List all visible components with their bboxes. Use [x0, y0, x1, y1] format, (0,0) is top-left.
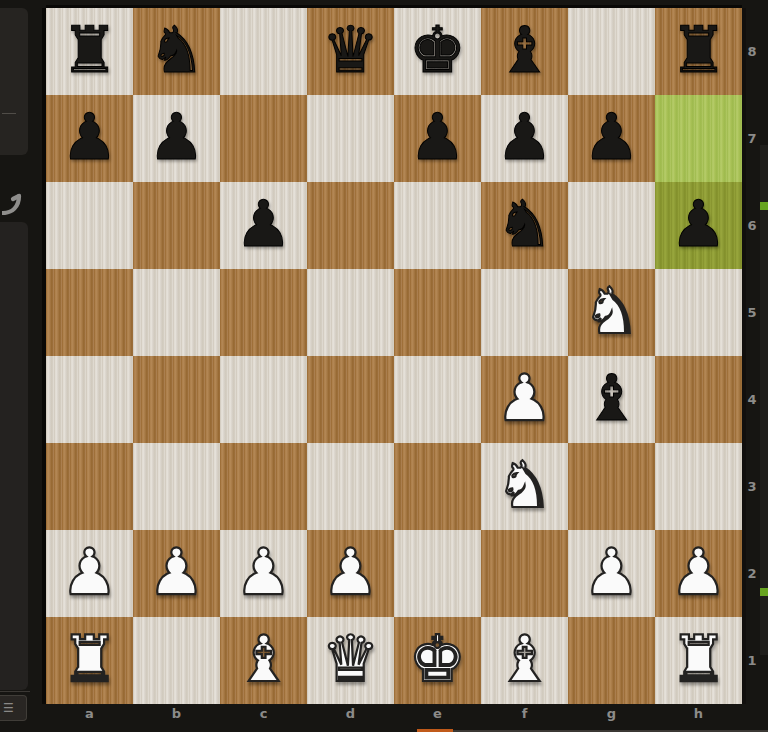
square-c1[interactable]: ♝: [220, 617, 307, 704]
square-c7[interactable]: [220, 95, 307, 182]
white-king-e1[interactable]: ♚: [394, 617, 481, 704]
white-pawn-f4[interactable]: ♟: [481, 356, 568, 443]
square-e8[interactable]: ♚: [394, 8, 481, 95]
square-d1[interactable]: ♛: [307, 617, 394, 704]
black-pawn-f7[interactable]: ♟: [481, 95, 568, 182]
black-bishop-f8[interactable]: ♝: [481, 8, 568, 95]
left-panel-top: [0, 8, 28, 155]
black-knight-b8[interactable]: ♞: [133, 8, 220, 95]
black-pawn-g7[interactable]: ♟: [568, 95, 655, 182]
square-e3[interactable]: [394, 443, 481, 530]
square-a4[interactable]: [46, 356, 133, 443]
square-b6[interactable]: [133, 182, 220, 269]
rank-label-8: 8: [742, 8, 762, 95]
file-label-d: d: [307, 704, 394, 724]
square-a8[interactable]: ♜: [46, 8, 133, 95]
square-g7[interactable]: ♟: [568, 95, 655, 182]
file-labels: abcdefgh: [46, 704, 742, 726]
square-h5[interactable]: [655, 269, 742, 356]
square-g5[interactable]: ♞: [568, 269, 655, 356]
square-c6[interactable]: ♟: [220, 182, 307, 269]
black-queen-d8[interactable]: ♛: [307, 8, 394, 95]
black-pawn-c6[interactable]: ♟: [220, 182, 307, 269]
square-c5[interactable]: [220, 269, 307, 356]
square-g4[interactable]: ♝: [568, 356, 655, 443]
square-e4[interactable]: [394, 356, 481, 443]
rank-label-7: 7: [742, 95, 762, 182]
square-g3[interactable]: [568, 443, 655, 530]
square-f4[interactable]: ♟: [481, 356, 568, 443]
square-b8[interactable]: ♞: [133, 8, 220, 95]
square-d4[interactable]: [307, 356, 394, 443]
square-d3[interactable]: [307, 443, 394, 530]
redo-arrow-icon[interactable]: [2, 189, 26, 215]
square-d8[interactable]: ♛: [307, 8, 394, 95]
white-queen-d1[interactable]: ♛: [307, 617, 394, 704]
square-c8[interactable]: [220, 8, 307, 95]
square-a2[interactable]: ♟: [46, 530, 133, 617]
square-e5[interactable]: [394, 269, 481, 356]
file-label-h: h: [655, 704, 742, 724]
square-d7[interactable]: [307, 95, 394, 182]
square-h1[interactable]: ♜: [655, 617, 742, 704]
black-bishop-g4[interactable]: ♝: [568, 356, 655, 443]
rank-labels: 87654321: [742, 8, 762, 704]
board: ♜♞♛♚♝♜♟♟♟♟♟♟♞♟♞♟♝♞♟♟♟♟♟♟♜♝♛♚♝♜: [46, 8, 742, 704]
square-h6[interactable]: ♟: [655, 182, 742, 269]
square-a3[interactable]: [46, 443, 133, 530]
file-label-e: e: [394, 704, 481, 724]
black-pawn-h6[interactable]: ♟: [655, 182, 742, 269]
square-c3[interactable]: [220, 443, 307, 530]
square-b3[interactable]: [133, 443, 220, 530]
black-rook-h8[interactable]: ♜: [655, 8, 742, 95]
left-panel-main: [0, 222, 28, 690]
square-c2[interactable]: ♟: [220, 530, 307, 617]
black-pawn-b7[interactable]: ♟: [133, 95, 220, 182]
divider: [2, 113, 16, 114]
square-b2[interactable]: ♟: [133, 530, 220, 617]
white-rook-a1[interactable]: ♜: [46, 617, 133, 704]
square-f1[interactable]: ♝: [481, 617, 568, 704]
white-bishop-f1[interactable]: ♝: [481, 617, 568, 704]
black-king-e8[interactable]: ♚: [394, 8, 481, 95]
square-h3[interactable]: [655, 443, 742, 530]
white-bishop-c1[interactable]: ♝: [220, 617, 307, 704]
square-d6[interactable]: [307, 182, 394, 269]
square-b7[interactable]: ♟: [133, 95, 220, 182]
white-pawn-b2[interactable]: ♟: [133, 530, 220, 617]
square-d5[interactable]: [307, 269, 394, 356]
square-b5[interactable]: [133, 269, 220, 356]
square-g8[interactable]: [568, 8, 655, 95]
file-label-f: f: [481, 704, 568, 724]
square-a6[interactable]: [46, 182, 133, 269]
rank-label-3: 3: [742, 443, 762, 530]
white-pawn-g2[interactable]: ♟: [568, 530, 655, 617]
square-h4[interactable]: [655, 356, 742, 443]
rank-label-4: 4: [742, 356, 762, 443]
file-label-b: b: [133, 704, 220, 724]
green-accent-bar-bottom: [760, 588, 768, 596]
square-a1[interactable]: ♜: [46, 617, 133, 704]
square-a7[interactable]: ♟: [46, 95, 133, 182]
white-knight-f3[interactable]: ♞: [481, 443, 568, 530]
file-label-a: a: [46, 704, 133, 724]
square-e6[interactable]: [394, 182, 481, 269]
square-b1[interactable]: [133, 617, 220, 704]
square-e2[interactable]: [394, 530, 481, 617]
square-b4[interactable]: [133, 356, 220, 443]
square-g6[interactable]: [568, 182, 655, 269]
square-f5[interactable]: [481, 269, 568, 356]
right-panel-edge: [760, 145, 768, 655]
white-pawn-a2[interactable]: ♟: [46, 530, 133, 617]
rank-label-2: 2: [742, 530, 762, 617]
square-f6[interactable]: ♞: [481, 182, 568, 269]
white-pawn-d2[interactable]: ♟: [307, 530, 394, 617]
menu-list-icon[interactable]: ☰: [0, 695, 27, 721]
square-e7[interactable]: ♟: [394, 95, 481, 182]
square-f2[interactable]: [481, 530, 568, 617]
divider: [0, 691, 30, 692]
square-e1[interactable]: ♚: [394, 617, 481, 704]
green-accent-bar-top: [760, 202, 768, 210]
white-knight-g5[interactable]: ♞: [568, 269, 655, 356]
square-h8[interactable]: ♜: [655, 8, 742, 95]
square-f8[interactable]: ♝: [481, 8, 568, 95]
file-label-g: g: [568, 704, 655, 724]
square-f3[interactable]: ♞: [481, 443, 568, 530]
white-rook-h1[interactable]: ♜: [655, 617, 742, 704]
black-pawn-e7[interactable]: ♟: [394, 95, 481, 182]
rank-label-6: 6: [742, 182, 762, 269]
square-a5[interactable]: [46, 269, 133, 356]
file-label-c: c: [220, 704, 307, 724]
square-d2[interactable]: ♟: [307, 530, 394, 617]
square-g1[interactable]: [568, 617, 655, 704]
black-knight-f6[interactable]: ♞: [481, 182, 568, 269]
square-g2[interactable]: ♟: [568, 530, 655, 617]
square-f7[interactable]: ♟: [481, 95, 568, 182]
rank-label-5: 5: [742, 269, 762, 356]
black-rook-a8[interactable]: ♜: [46, 8, 133, 95]
square-h2[interactable]: ♟: [655, 530, 742, 617]
white-pawn-c2[interactable]: ♟: [220, 530, 307, 617]
square-c4[interactable]: [220, 356, 307, 443]
square-h7[interactable]: [655, 95, 742, 182]
black-pawn-a7[interactable]: ♟: [46, 95, 133, 182]
rank-label-1: 1: [742, 617, 762, 704]
white-pawn-h2[interactable]: ♟: [655, 530, 742, 617]
